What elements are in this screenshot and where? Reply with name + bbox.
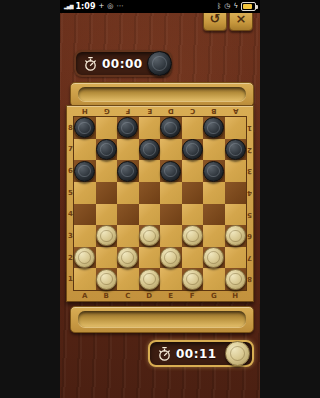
coord-label: 8 — [67, 117, 74, 139]
square-d2[interactable] — [139, 247, 161, 269]
square-f1[interactable] — [182, 268, 204, 290]
files-top: HGFEDCBA — [74, 106, 246, 117]
square-c6[interactable] — [117, 160, 139, 182]
square-e4[interactable] — [160, 204, 182, 226]
square-h5[interactable] — [225, 182, 247, 204]
square-d8[interactable] — [139, 117, 161, 139]
coord-label: 4 — [67, 204, 74, 226]
square-g7[interactable] — [203, 139, 225, 161]
coord-label: 7 — [246, 247, 253, 269]
black-piece[interactable] — [203, 161, 224, 182]
square-g6[interactable] — [203, 160, 225, 182]
square-f2[interactable] — [182, 247, 204, 269]
tray-groove — [78, 311, 246, 327]
status-bar: ▂▄▆ 1:09 + ◎ ⋯ ᛒ ◷ ϟ — [60, 0, 260, 13]
white-piece[interactable] — [160, 247, 181, 268]
coord-label: H — [225, 290, 247, 301]
square-f6[interactable] — [182, 160, 204, 182]
square-b4[interactable] — [96, 204, 118, 226]
coord-label: 2 — [246, 139, 253, 161]
coord-label: F — [182, 290, 204, 301]
black-piece[interactable] — [182, 139, 203, 160]
board-grid — [74, 117, 246, 290]
square-g3[interactable] — [203, 225, 225, 247]
white-piece[interactable] — [182, 269, 203, 290]
square-c4[interactable] — [117, 204, 139, 226]
square-e8[interactable] — [160, 117, 182, 139]
coord-label: 3 — [246, 160, 253, 182]
white-piece[interactable] — [225, 269, 246, 290]
square-c5[interactable] — [117, 182, 139, 204]
square-h3[interactable] — [225, 225, 247, 247]
coord-label: 1 — [67, 268, 74, 290]
coord-label: B — [96, 290, 118, 301]
square-b8[interactable] — [96, 117, 118, 139]
coord-label: A — [225, 106, 247, 117]
battery-icon — [241, 2, 256, 11]
app-root: ▂▄▆ 1:09 + ◎ ⋯ ᛒ ◷ ϟ ↺ × 00:00 H — [60, 0, 260, 398]
captured-tray-bottom — [70, 306, 254, 333]
coord-label: A — [74, 290, 96, 301]
square-d5[interactable] — [139, 182, 161, 204]
square-e1[interactable] — [160, 268, 182, 290]
coord-label: F — [117, 106, 139, 117]
black-piece[interactable] — [160, 161, 181, 182]
square-g8[interactable] — [203, 117, 225, 139]
square-e7[interactable] — [160, 139, 182, 161]
square-g2[interactable] — [203, 247, 225, 269]
bottom-timer-value: 00:11 — [176, 347, 217, 361]
black-piece[interactable] — [160, 117, 181, 138]
coord-label: 7 — [67, 139, 74, 161]
square-c1[interactable] — [117, 268, 139, 290]
black-piece[interactable] — [203, 117, 224, 138]
captured-tray-top — [70, 82, 254, 107]
alarm-icon: ◷ — [224, 3, 230, 10]
coord-label: 4 — [246, 182, 253, 204]
white-piece[interactable] — [96, 225, 117, 246]
square-a8[interactable] — [74, 117, 96, 139]
white-piece[interactable] — [117, 247, 138, 268]
square-a2[interactable] — [74, 247, 96, 269]
coord-label: 6 — [246, 225, 253, 247]
white-piece — [225, 341, 250, 366]
square-a5[interactable] — [74, 182, 96, 204]
black-piece[interactable] — [139, 139, 160, 160]
square-a7[interactable] — [74, 139, 96, 161]
timer-panel-top: 00:00 — [74, 50, 172, 77]
square-b3[interactable] — [96, 225, 118, 247]
square-b6[interactable] — [96, 160, 118, 182]
square-a3[interactable] — [74, 225, 96, 247]
status-time: 1:09 — [76, 2, 96, 11]
white-piece[interactable] — [96, 269, 117, 290]
charging-icon: ϟ — [233, 3, 238, 10]
black-piece — [147, 51, 172, 76]
square-d6[interactable] — [139, 160, 161, 182]
square-h8[interactable] — [225, 117, 247, 139]
data-saver-icon: ◎ — [107, 3, 113, 10]
square-b2[interactable] — [96, 247, 118, 269]
square-g4[interactable] — [203, 204, 225, 226]
white-piece[interactable] — [203, 247, 224, 268]
square-g5[interactable] — [203, 182, 225, 204]
square-f3[interactable] — [182, 225, 204, 247]
square-e3[interactable] — [160, 225, 182, 247]
square-f5[interactable] — [182, 182, 204, 204]
square-c2[interactable] — [117, 247, 139, 269]
square-h4[interactable] — [225, 204, 247, 226]
black-piece[interactable] — [96, 139, 117, 160]
top-timer-value: 00:00 — [102, 57, 143, 71]
square-f4[interactable] — [182, 204, 204, 226]
coord-label: G — [96, 106, 118, 117]
coord-label: H — [74, 106, 96, 117]
files-bottom: ABCDEFGH — [74, 290, 246, 301]
white-piece[interactable] — [225, 225, 246, 246]
coord-label: 5 — [246, 204, 253, 226]
square-d3[interactable] — [139, 225, 161, 247]
black-piece[interactable] — [117, 117, 138, 138]
black-piece[interactable] — [117, 161, 138, 182]
coord-label: D — [160, 106, 182, 117]
square-d1[interactable] — [139, 268, 161, 290]
coord-label: 3 — [67, 225, 74, 247]
square-e6[interactable] — [160, 160, 182, 182]
square-b5[interactable] — [96, 182, 118, 204]
square-a4[interactable] — [74, 204, 96, 226]
square-e2[interactable] — [160, 247, 182, 269]
square-a6[interactable] — [74, 160, 96, 182]
square-c8[interactable] — [117, 117, 139, 139]
signal-icon: ▂▄▆ — [64, 4, 73, 9]
black-piece[interactable] — [225, 139, 246, 160]
square-h2[interactable] — [225, 247, 247, 269]
square-f7[interactable] — [182, 139, 204, 161]
square-h7[interactable] — [225, 139, 247, 161]
square-e5[interactable] — [160, 182, 182, 204]
coord-label: B — [203, 106, 225, 117]
close-icon: × — [236, 11, 247, 26]
coord-label: D — [139, 290, 161, 301]
square-c7[interactable] — [117, 139, 139, 161]
white-piece[interactable] — [182, 225, 203, 246]
ranks-left: 87654321 — [67, 117, 74, 290]
stopwatch-icon — [83, 56, 98, 72]
square-h1[interactable] — [225, 268, 247, 290]
square-d4[interactable] — [139, 204, 161, 226]
tray-groove — [78, 87, 246, 101]
coord-label: E — [139, 106, 161, 117]
black-piece[interactable] — [74, 117, 95, 138]
more-icon: ⋯ — [116, 3, 123, 10]
coord-label: 6 — [67, 160, 74, 182]
stopwatch-icon — [157, 346, 172, 362]
coord-label: G — [203, 290, 225, 301]
bluetooth-icon: ᛒ — [217, 3, 221, 10]
square-b7[interactable] — [96, 139, 118, 161]
coord-label: 1 — [246, 117, 253, 139]
square-d7[interactable] — [139, 139, 161, 161]
checkers-board: HGFEDCBA 87654321 12345678 ABCDEFGH — [66, 105, 254, 302]
coord-label: 8 — [246, 268, 253, 290]
plus-icon: + — [98, 3, 104, 10]
square-a1[interactable] — [74, 268, 96, 290]
timer-panel-bottom: 00:11 — [148, 340, 254, 367]
coord-label: C — [117, 290, 139, 301]
white-piece[interactable] — [74, 247, 95, 268]
square-f8[interactable] — [182, 117, 204, 139]
white-piece[interactable] — [139, 269, 160, 290]
ranks-right: 12345678 — [246, 117, 253, 290]
square-b1[interactable] — [96, 268, 118, 290]
coord-label: E — [160, 290, 182, 301]
black-piece[interactable] — [74, 161, 95, 182]
coord-label: C — [182, 106, 204, 117]
undo-icon: ↺ — [210, 11, 221, 26]
coord-label: 5 — [67, 182, 74, 204]
white-piece[interactable] — [139, 225, 160, 246]
square-g1[interactable] — [203, 268, 225, 290]
coord-label: 2 — [67, 247, 74, 269]
square-h6[interactable] — [225, 160, 247, 182]
square-c3[interactable] — [117, 225, 139, 247]
